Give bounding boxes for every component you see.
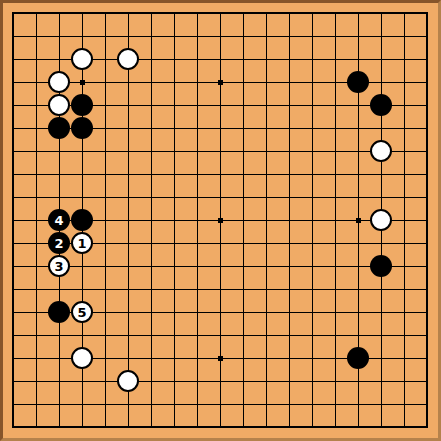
stone-black	[71, 209, 93, 231]
stone-black	[71, 94, 93, 116]
stone-black-move-2: 2	[48, 232, 70, 254]
stone-white	[370, 209, 392, 231]
stone-black	[48, 301, 70, 323]
grid-line-v	[404, 13, 405, 428]
stone-white-move-5: 5	[71, 301, 93, 323]
stone-white-move-1: 1	[71, 232, 93, 254]
move-number: 3	[54, 260, 63, 273]
stone-white	[48, 94, 70, 116]
stone-black	[370, 255, 392, 277]
grid-line-v	[335, 13, 336, 428]
grid-line-h	[13, 381, 428, 382]
grid-line-h	[13, 404, 428, 405]
stone-black	[48, 117, 70, 139]
move-number: 4	[54, 214, 63, 227]
move-number: 1	[77, 237, 86, 250]
grid-line-v	[243, 13, 244, 428]
grid-line-h	[13, 266, 428, 267]
stone-black-move-4: 4	[48, 209, 70, 231]
go-board[interactable]: 42135	[0, 0, 441, 441]
stone-white	[48, 71, 70, 93]
stone-white	[71, 48, 93, 70]
move-number: 2	[54, 237, 63, 250]
star-point	[218, 356, 223, 361]
grid-line-h	[13, 335, 428, 336]
stone-white	[117, 370, 139, 392]
move-number: 5	[77, 306, 86, 319]
star-point	[356, 218, 361, 223]
grid-line-h	[13, 289, 428, 290]
stone-white-move-3: 3	[48, 255, 70, 277]
stone-white	[370, 140, 392, 162]
stone-black	[370, 94, 392, 116]
grid-line-v	[266, 13, 267, 428]
star-point	[218, 218, 223, 223]
stone-black	[347, 71, 369, 93]
grid-line-v	[289, 13, 290, 428]
star-point	[80, 80, 85, 85]
grid-line-v	[312, 13, 313, 428]
stone-black	[71, 117, 93, 139]
stone-white	[71, 347, 93, 369]
star-point	[218, 80, 223, 85]
stone-black	[347, 347, 369, 369]
stone-white	[117, 48, 139, 70]
